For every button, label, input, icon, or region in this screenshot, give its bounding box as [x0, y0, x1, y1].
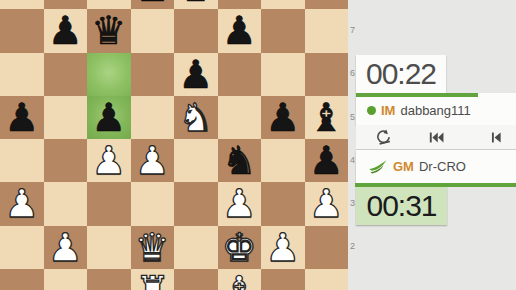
square-e1[interactable] — [174, 269, 218, 290]
square-d8[interactable]: ♜ — [131, 0, 175, 9]
square-c5[interactable]: ♟ — [87, 96, 131, 139]
square-h1[interactable] — [305, 269, 349, 290]
skip-to-start-icon[interactable] — [428, 129, 445, 146]
square-h2[interactable] — [305, 226, 349, 269]
piece-white-knight[interactable]: ♞ — [174, 96, 218, 139]
piece-white-pawn[interactable]: ♟ — [305, 182, 349, 225]
square-d1[interactable]: ♜ — [131, 269, 175, 290]
square-d6[interactable] — [131, 53, 175, 96]
square-b3[interactable] — [44, 182, 88, 225]
piece-white-pawn[interactable]: ♟ — [261, 226, 305, 269]
square-a5[interactable]: ♟ — [0, 96, 44, 139]
square-g6[interactable] — [261, 53, 305, 96]
step-back-icon[interactable] — [488, 129, 505, 146]
piece-black-pawn[interactable]: ♟ — [261, 96, 305, 139]
square-f3[interactable]: ♟ — [218, 182, 262, 225]
square-e4[interactable] — [174, 139, 218, 182]
rank-label-7: 7 — [350, 25, 360, 36]
piece-black-king[interactable]: ♚ — [174, 0, 218, 9]
square-a3[interactable]: ♟ — [0, 182, 44, 225]
square-e7[interactable] — [174, 9, 218, 52]
square-a7[interactable] — [0, 9, 44, 52]
square-b4[interactable] — [44, 139, 88, 182]
square-h6[interactable] — [305, 53, 349, 96]
piece-black-pawn[interactable]: ♟ — [87, 96, 131, 139]
replay-toolbar — [356, 125, 516, 150]
square-g7[interactable] — [261, 9, 305, 52]
square-d7[interactable] — [131, 9, 175, 52]
piece-white-pawn[interactable]: ♟ — [218, 182, 262, 225]
piece-white-pawn[interactable]: ♟ — [44, 226, 88, 269]
square-h5[interactable]: ♝ — [305, 96, 349, 139]
square-a6[interactable] — [0, 53, 44, 96]
square-d5[interactable] — [131, 96, 175, 139]
square-e5[interactable]: ♞ — [174, 96, 218, 139]
square-h3[interactable]: ♟ — [305, 182, 349, 225]
piece-black-rook[interactable]: ♜ — [131, 0, 175, 9]
chess-board[interactable]: ♜♚♟♛♟♟♟♟♞♟♝♟♟♞♟♟♟♟♟♛♚♟♜♝ — [0, 0, 348, 290]
square-h7[interactable] — [305, 9, 349, 52]
square-g4[interactable] — [261, 139, 305, 182]
square-c6[interactable] — [87, 53, 131, 96]
piece-black-pawn[interactable]: ♟ — [305, 139, 349, 182]
square-b5[interactable] — [44, 96, 88, 139]
square-f5[interactable] — [218, 96, 262, 139]
piece-black-pawn[interactable]: ♟ — [218, 9, 262, 52]
opponent-name: dabbang111 — [400, 103, 470, 118]
piece-black-knight[interactable]: ♞ — [218, 139, 262, 182]
square-b7[interactable]: ♟ — [44, 9, 88, 52]
opponent-clock: 00:22 — [356, 55, 446, 93]
square-c2[interactable] — [87, 226, 131, 269]
square-f6[interactable] — [218, 53, 262, 96]
square-f2[interactable]: ♚ — [218, 226, 262, 269]
square-g5[interactable]: ♟ — [261, 96, 305, 139]
square-f4[interactable]: ♞ — [218, 139, 262, 182]
square-d2[interactable]: ♛ — [131, 226, 175, 269]
game-screen: ♜♚♟♛♟♟♟♟♞♟♝♟♟♞♟♟♟♟♟♛♚♟♜♝ 765432 00:22 IM… — [0, 0, 516, 290]
square-a8[interactable] — [0, 0, 44, 9]
square-c3[interactable] — [87, 182, 131, 225]
square-h8[interactable] — [305, 0, 349, 9]
square-b6[interactable] — [44, 53, 88, 96]
player-clock-active: 00:31 — [356, 187, 447, 225]
square-b1[interactable] — [44, 269, 88, 290]
square-d3[interactable] — [131, 182, 175, 225]
piece-black-pawn[interactable]: ♟ — [44, 9, 88, 52]
square-d4[interactable]: ♟ — [131, 139, 175, 182]
square-a2[interactable] — [0, 226, 44, 269]
analysis-icon[interactable] — [375, 129, 392, 146]
piece-white-pawn[interactable]: ♟ — [87, 139, 131, 182]
player-row[interactable]: GM Dr-CRO — [356, 150, 516, 183]
player-name: Dr-CRO — [419, 159, 466, 174]
square-g1[interactable] — [261, 269, 305, 290]
square-g3[interactable] — [261, 182, 305, 225]
square-f1[interactable]: ♝ — [218, 269, 262, 290]
piece-black-pawn[interactable]: ♟ — [0, 96, 44, 139]
piece-black-queen[interactable]: ♛ — [87, 9, 131, 52]
piece-white-king[interactable]: ♚ — [218, 226, 262, 269]
piece-black-bishop[interactable]: ♝ — [305, 96, 349, 139]
opponent-title: IM — [381, 103, 395, 118]
piece-white-bishop[interactable]: ♝ — [218, 269, 262, 290]
square-b2[interactable]: ♟ — [44, 226, 88, 269]
rank-label-2: 2 — [350, 241, 360, 252]
player-time-bar — [355, 183, 516, 187]
piece-white-queen[interactable]: ♛ — [131, 226, 175, 269]
piece-white-pawn[interactable]: ♟ — [131, 139, 175, 182]
square-e2[interactable] — [174, 226, 218, 269]
piece-white-rook[interactable]: ♜ — [131, 269, 175, 290]
square-a1[interactable] — [0, 269, 44, 290]
square-c7[interactable]: ♛ — [87, 9, 131, 52]
square-c4[interactable]: ♟ — [87, 139, 131, 182]
square-f7[interactable]: ♟ — [218, 9, 262, 52]
player-title: GM — [393, 159, 414, 174]
square-e3[interactable] — [174, 182, 218, 225]
opponent-time-bar — [356, 93, 478, 97]
square-g8[interactable] — [261, 0, 305, 9]
square-g2[interactable]: ♟ — [261, 226, 305, 269]
square-e8[interactable]: ♚ — [174, 0, 218, 9]
wing-icon — [367, 159, 388, 175]
opponent-player-row[interactable]: IM dabbang111 — [356, 93, 516, 125]
square-c1[interactable] — [87, 269, 131, 290]
piece-black-pawn[interactable]: ♟ — [174, 53, 218, 96]
square-e6[interactable]: ♟ — [174, 53, 218, 96]
piece-white-pawn[interactable]: ♟ — [0, 182, 44, 225]
square-a4[interactable] — [0, 139, 44, 182]
square-h4[interactable]: ♟ — [305, 139, 349, 182]
online-dot — [367, 106, 376, 115]
